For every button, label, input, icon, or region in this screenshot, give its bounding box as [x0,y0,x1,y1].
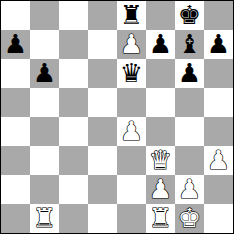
square-d5[interactable] [88,88,117,117]
chess-board-frame: ♜♚♟♟♟♝♟♟♛♟♟♛♟♟♟♜♜♚ [0,0,234,234]
square-h6[interactable] [204,59,233,88]
square-a6[interactable] [1,59,30,88]
square-c6[interactable] [59,59,88,88]
square-e5[interactable] [117,88,146,117]
square-g3[interactable] [175,146,204,175]
square-d7[interactable] [88,30,117,59]
square-c4[interactable] [59,117,88,146]
square-b4[interactable] [30,117,59,146]
black-pawn-icon: ♟ [149,30,172,59]
square-f8[interactable] [146,1,175,30]
square-c8[interactable] [59,1,88,30]
square-f3[interactable]: ♛ [146,146,175,175]
square-g2[interactable]: ♟ [175,175,204,204]
square-b8[interactable] [30,1,59,30]
square-a1[interactable] [1,204,30,233]
square-c5[interactable] [59,88,88,117]
square-e3[interactable] [117,146,146,175]
black-pawn-icon: ♟ [4,30,27,59]
square-h1[interactable] [204,204,233,233]
square-g7[interactable]: ♝ [175,30,204,59]
square-g4[interactable] [175,117,204,146]
square-a2[interactable] [1,175,30,204]
white-rook-icon: ♜ [149,204,172,233]
square-h7[interactable]: ♟ [204,30,233,59]
square-e2[interactable] [117,175,146,204]
square-c1[interactable] [59,204,88,233]
square-f2[interactable]: ♟ [146,175,175,204]
black-pawn-icon: ♟ [178,59,201,88]
square-g8[interactable]: ♚ [175,1,204,30]
square-a4[interactable] [1,117,30,146]
square-e1[interactable] [117,204,146,233]
square-h3[interactable]: ♟ [204,146,233,175]
square-h4[interactable] [204,117,233,146]
square-e4[interactable]: ♟ [117,117,146,146]
square-b3[interactable] [30,146,59,175]
square-d3[interactable] [88,146,117,175]
square-f4[interactable] [146,117,175,146]
white-pawn-icon: ♟ [178,175,201,204]
square-h2[interactable] [204,175,233,204]
square-a5[interactable] [1,88,30,117]
square-b6[interactable]: ♟ [30,59,59,88]
black-bishop-icon: ♝ [178,30,201,59]
black-pawn-icon: ♟ [207,30,230,59]
black-king-icon: ♚ [178,1,201,30]
square-b2[interactable] [30,175,59,204]
square-h5[interactable] [204,88,233,117]
white-queen-icon: ♛ [149,146,172,175]
square-c3[interactable] [59,146,88,175]
square-b1[interactable]: ♜ [30,204,59,233]
white-rook-icon: ♜ [33,204,56,233]
square-f6[interactable] [146,59,175,88]
square-b7[interactable] [30,30,59,59]
white-pawn-icon: ♟ [149,175,172,204]
white-king-icon: ♚ [178,204,201,233]
white-pawn-icon: ♟ [120,30,143,59]
square-d8[interactable] [88,1,117,30]
square-d6[interactable] [88,59,117,88]
black-rook-icon: ♜ [120,1,143,30]
square-g5[interactable] [175,88,204,117]
square-d2[interactable] [88,175,117,204]
square-b5[interactable] [30,88,59,117]
square-a3[interactable] [1,146,30,175]
square-f5[interactable] [146,88,175,117]
square-g6[interactable]: ♟ [175,59,204,88]
square-d4[interactable] [88,117,117,146]
square-e6[interactable]: ♛ [117,59,146,88]
square-c7[interactable] [59,30,88,59]
white-pawn-icon: ♟ [120,117,143,146]
square-f1[interactable]: ♜ [146,204,175,233]
chess-board: ♜♚♟♟♟♝♟♟♛♟♟♛♟♟♟♜♜♚ [1,1,233,233]
square-a7[interactable]: ♟ [1,30,30,59]
white-pawn-icon: ♟ [207,146,230,175]
square-a8[interactable] [1,1,30,30]
square-e7[interactable]: ♟ [117,30,146,59]
black-queen-icon: ♛ [120,59,143,88]
square-d1[interactable] [88,204,117,233]
black-pawn-icon: ♟ [33,59,56,88]
square-h8[interactable] [204,1,233,30]
square-e8[interactable]: ♜ [117,1,146,30]
square-c2[interactable] [59,175,88,204]
square-g1[interactable]: ♚ [175,204,204,233]
square-f7[interactable]: ♟ [146,30,175,59]
